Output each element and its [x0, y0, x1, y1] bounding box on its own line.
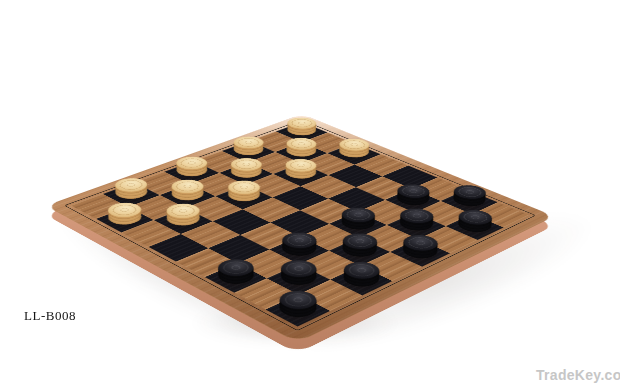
- light-piece[interactable]: [225, 165, 267, 183]
- dark-piece[interactable]: [394, 215, 439, 235]
- dark-piece[interactable]: [447, 192, 491, 211]
- dark-piece[interactable]: [276, 239, 323, 261]
- board-cells: [71, 122, 529, 327]
- light-piece[interactable]: [280, 166, 322, 184]
- dark-piece[interactable]: [396, 242, 443, 264]
- watermark: TradeKey.com: [536, 367, 620, 383]
- light-piece[interactable]: [166, 186, 210, 205]
- light-piece[interactable]: [102, 209, 147, 229]
- dark-piece[interactable]: [452, 217, 497, 237]
- dark-piece[interactable]: [211, 266, 260, 289]
- dark-piece[interactable]: [336, 240, 383, 262]
- dark-piece[interactable]: [274, 267, 323, 290]
- dark-piece[interactable]: [391, 191, 435, 210]
- light-piece[interactable]: [171, 164, 213, 182]
- dark-piece[interactable]: [337, 269, 386, 292]
- light-piece[interactable]: [160, 211, 205, 231]
- light-piece[interactable]: [222, 187, 266, 206]
- product-photo: LL-B008 TradeKey.com: [0, 0, 620, 387]
- board-3d: [45, 114, 554, 342]
- product-code: LL-B008: [24, 308, 76, 324]
- dark-piece[interactable]: [335, 214, 380, 234]
- light-piece[interactable]: [109, 185, 153, 204]
- dark-piece[interactable]: [273, 298, 324, 323]
- light-piece[interactable]: [333, 145, 374, 162]
- board-surface: [45, 114, 554, 342]
